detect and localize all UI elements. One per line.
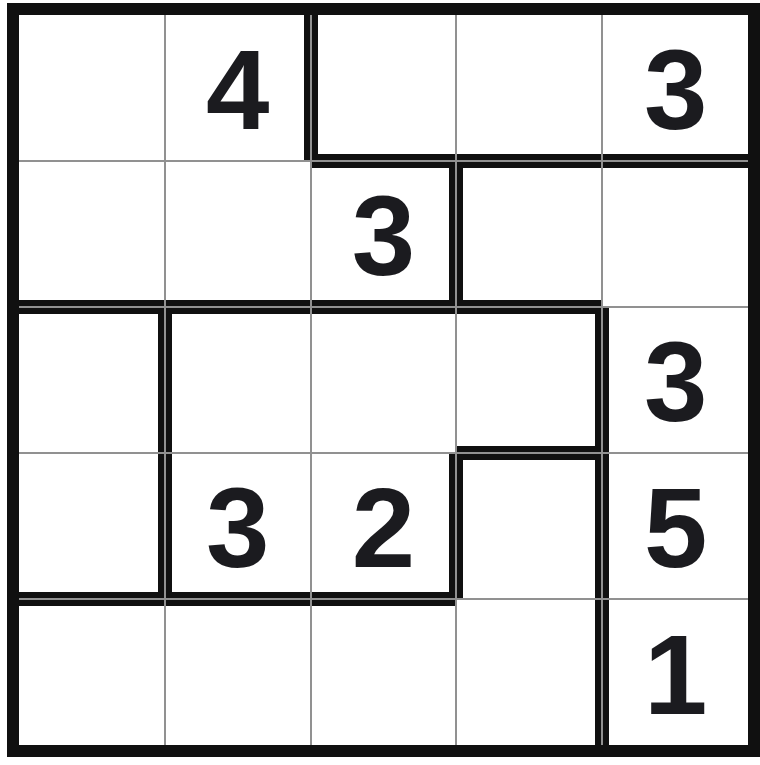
cell-r5c5-cage-C[interactable]: 1: [602, 599, 748, 745]
cell-r1c2-cage-A[interactable]: 4: [165, 15, 311, 161]
cell-r2c2-cage-A[interactable]: [165, 161, 311, 307]
cell-r2c5-cage-C[interactable]: [602, 161, 748, 307]
cell-r3c2-cage-E[interactable]: [165, 307, 311, 453]
cell-r5c1-cage-F[interactable]: [19, 599, 165, 745]
cell-r2c1-cage-A[interactable]: [19, 161, 165, 307]
cell-r2c4-cage-C[interactable]: [456, 161, 602, 307]
suguru-board: 43333251: [7, 3, 760, 757]
cell-r1c3-cage-B[interactable]: [311, 15, 457, 161]
cell-r3c5-cage-C[interactable]: 3: [602, 307, 748, 453]
cell-r5c4-cage-F[interactable]: [456, 599, 602, 745]
cell-r4c2-cage-E[interactable]: 3: [165, 453, 311, 599]
cell-r3c4-cage-E[interactable]: [456, 307, 602, 453]
cell-r1c4-cage-B[interactable]: [456, 15, 602, 161]
cell-r4c5-cage-C[interactable]: 5: [602, 453, 748, 599]
given-digit: 4: [206, 33, 269, 147]
cell-r3c1-cage-D[interactable]: [19, 307, 165, 453]
cell-r2c3-cage-A[interactable]: 3: [311, 161, 457, 307]
cell-r3c3-cage-E[interactable]: [311, 307, 457, 453]
given-digit: 2: [352, 471, 415, 585]
cell-r4c1-cage-D[interactable]: [19, 453, 165, 599]
given-digit: 3: [644, 33, 707, 147]
given-digit: 5: [644, 471, 707, 585]
cell-r1c1-cage-A[interactable]: [19, 15, 165, 161]
given-digit: 3: [644, 325, 707, 439]
given-digit: 3: [206, 471, 269, 585]
given-digit: 1: [644, 618, 707, 732]
cell-r4c3-cage-E[interactable]: 2: [311, 453, 457, 599]
cell-r5c2-cage-F[interactable]: [165, 599, 311, 745]
cell-r5c3-cage-F[interactable]: [311, 599, 457, 745]
given-digit: 3: [352, 179, 415, 293]
cell-r4c4-cage-F[interactable]: [456, 453, 602, 599]
cell-r1c5-cage-B[interactable]: 3: [602, 15, 748, 161]
